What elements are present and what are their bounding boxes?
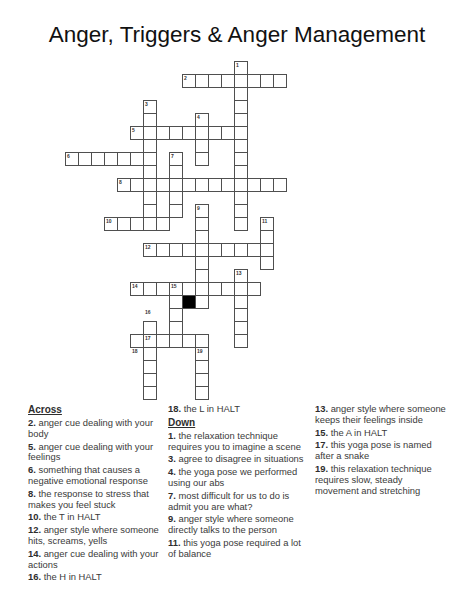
grid-cell[interactable]	[156, 243, 170, 257]
grid-cell[interactable]	[247, 282, 261, 296]
grid-cell[interactable]	[221, 282, 235, 296]
grid-cell[interactable]	[182, 282, 196, 296]
grid-cell[interactable]	[182, 243, 196, 257]
grid-cell[interactable]	[234, 217, 248, 231]
grid-cell[interactable]	[156, 126, 170, 140]
black-cell	[182, 295, 196, 309]
grid-cell[interactable]	[234, 126, 248, 140]
grid-cell[interactable]	[234, 295, 248, 309]
grid-cell[interactable]	[143, 165, 157, 179]
grid-cell[interactable]	[156, 178, 170, 192]
grid-cell[interactable]	[260, 217, 274, 231]
grid-cell[interactable]	[195, 295, 209, 309]
clue-4: 4. the yoga pose we performed using our …	[168, 467, 310, 489]
grid-cell[interactable]	[273, 178, 287, 192]
clue-column-1: Across2. anger cue dealing with your bod…	[28, 404, 163, 585]
clue-16: 16. the H in HALT	[28, 572, 163, 583]
grid-cell[interactable]	[195, 178, 209, 192]
grid-cell[interactable]	[65, 152, 79, 166]
grid-cell[interactable]	[143, 360, 157, 374]
clue-list: Across2. anger cue dealing with your bod…	[28, 404, 448, 585]
grid-cell[interactable]	[169, 308, 183, 322]
clue-column-2: 18. the L in HALTDown1. the relaxation t…	[168, 404, 310, 562]
grid-cell[interactable]	[234, 321, 248, 335]
grid-cell[interactable]	[195, 347, 209, 361]
grid-cell[interactable]	[234, 165, 248, 179]
grid-cell[interactable]	[234, 282, 248, 296]
grid-cell[interactable]	[104, 217, 118, 231]
grid-cell[interactable]	[234, 204, 248, 218]
grid-cell[interactable]	[208, 243, 222, 257]
grid-cell[interactable]	[117, 152, 131, 166]
grid-cell[interactable]	[221, 126, 235, 140]
grid-cell[interactable]	[234, 178, 248, 192]
grid-cell[interactable]	[117, 178, 131, 192]
grid-cell[interactable]	[143, 386, 157, 400]
clue-10: 10. the T in HALT	[28, 512, 163, 523]
grid-cell[interactable]	[234, 74, 248, 88]
grid-cell[interactable]	[195, 360, 209, 374]
grid-cell[interactable]	[169, 126, 183, 140]
grid-cell[interactable]	[169, 282, 183, 296]
grid-cell[interactable]	[234, 139, 248, 153]
grid-cell[interactable]	[143, 126, 157, 140]
grid-cell[interactable]	[195, 334, 209, 348]
grid-cell[interactable]	[195, 269, 209, 283]
grid-cell[interactable]	[169, 191, 183, 205]
clue-7: 7. most difficult for us to do is admit …	[168, 491, 310, 513]
grid-cell[interactable]	[91, 152, 105, 166]
grid-cell[interactable]	[221, 74, 235, 88]
grid-cell[interactable]	[156, 334, 170, 348]
grid-cell[interactable]	[182, 74, 196, 88]
clue-17: 17. this yoga pose is named after a snak…	[315, 440, 448, 462]
grid-cell[interactable]	[195, 152, 209, 166]
grid-cell[interactable]	[143, 347, 157, 361]
grid-cell[interactable]	[143, 334, 157, 348]
grid-cell[interactable]	[234, 113, 248, 127]
clue-5: 5. anger cue dealing with your feelings	[28, 442, 163, 464]
across-heading: Across	[28, 404, 163, 415]
clue-15: 15. the A in HALT	[315, 428, 448, 439]
grid-cell[interactable]	[208, 74, 222, 88]
grid-cell[interactable]	[143, 178, 157, 192]
grid-cell[interactable]	[169, 178, 183, 192]
grid-cell[interactable]	[195, 386, 209, 400]
grid-cell[interactable]	[273, 74, 287, 88]
grid-cell[interactable]	[234, 61, 248, 75]
clue-13: 13. anger style where someone keeps thei…	[315, 404, 448, 426]
grid-cell[interactable]	[169, 152, 183, 166]
grid-cell[interactable]	[247, 243, 261, 257]
grid-cell[interactable]	[195, 113, 209, 127]
clue-1: 1. the relaxation technique requires you…	[168, 431, 310, 453]
grid-cell[interactable]	[195, 126, 209, 140]
grid-cell[interactable]	[143, 139, 157, 153]
grid-cell[interactable]	[169, 321, 183, 335]
grid-cell[interactable]	[208, 282, 222, 296]
grid-cell[interactable]	[169, 243, 183, 257]
grid-cell[interactable]	[208, 178, 222, 192]
grid-cell[interactable]	[260, 256, 274, 270]
grid-cell[interactable]	[143, 373, 157, 387]
clue-number: 18	[132, 349, 138, 354]
grid-cell[interactable]	[143, 100, 157, 114]
grid-cell[interactable]	[234, 334, 248, 348]
grid-cell[interactable]	[143, 243, 157, 257]
grid-cell[interactable]	[234, 152, 248, 166]
grid-cell[interactable]	[130, 126, 144, 140]
grid-cell[interactable]	[234, 191, 248, 205]
grid-cell[interactable]	[169, 165, 183, 179]
grid-cell[interactable]	[130, 217, 144, 231]
clue-2: 2. anger cue dealing with your body	[28, 418, 163, 440]
grid-cell[interactable]	[247, 74, 261, 88]
grid-cell[interactable]	[221, 243, 235, 257]
grid-cell[interactable]	[234, 87, 248, 101]
grid-cell[interactable]	[234, 308, 248, 322]
grid-cell[interactable]	[260, 243, 274, 257]
grid-cell[interactable]	[156, 282, 170, 296]
grid-cell[interactable]	[143, 204, 157, 218]
grid-cell[interactable]	[208, 126, 222, 140]
grid-cell[interactable]	[169, 295, 183, 309]
grid-cell[interactable]	[260, 178, 274, 192]
grid-cell[interactable]	[169, 204, 183, 218]
grid-cell[interactable]	[130, 152, 144, 166]
grid-cell[interactable]	[156, 217, 170, 231]
grid-cell[interactable]	[143, 191, 157, 205]
grid-cell[interactable]	[195, 74, 209, 88]
grid-cell[interactable]	[143, 152, 157, 166]
grid-cell[interactable]	[195, 230, 209, 244]
clue-14: 14. anger cue dealing with your actions	[28, 549, 163, 571]
grid-cell[interactable]	[143, 321, 157, 335]
grid-cell[interactable]	[221, 178, 235, 192]
grid-cell[interactable]	[182, 334, 196, 348]
clue-column-3: 13. anger style where someone keeps thei…	[315, 404, 448, 498]
grid-cell[interactable]	[143, 282, 157, 296]
down-heading: Down	[168, 417, 310, 428]
grid-cell[interactable]	[260, 74, 274, 88]
grid-cell[interactable]	[195, 217, 209, 231]
grid-cell[interactable]	[195, 256, 209, 270]
grid-cell[interactable]	[260, 230, 274, 244]
clue-number: 16	[145, 310, 151, 315]
crossword-grid: 12345678910111213141516171819	[65, 61, 288, 401]
grid-cell[interactable]	[234, 100, 248, 114]
page: { "game": "crossword", "title": "Anger, …	[0, 0, 474, 613]
clue-12: 12. anger style where someone hits, scre…	[28, 525, 163, 547]
clue-18: 18. the L in HALT	[168, 404, 310, 415]
clue-9: 9. anger style where someone directly ta…	[168, 514, 310, 536]
puzzle-title: Anger, Triggers & Anger Management	[0, 22, 474, 48]
grid-cell[interactable]	[247, 178, 261, 192]
clue-8: 8. the response to stress that makes you…	[28, 489, 163, 511]
clue-3: 3. agree to disagree in situations	[168, 454, 310, 465]
grid-cell[interactable]	[195, 282, 209, 296]
clue-19: 19. this relaxation technique requires s…	[315, 464, 448, 496]
grid-cell[interactable]	[130, 282, 144, 296]
grid-cell[interactable]	[195, 204, 209, 218]
clue-6: 6. something that causes a negative emot…	[28, 465, 163, 487]
grid-cell[interactable]	[78, 152, 92, 166]
grid-cell[interactable]	[195, 373, 209, 387]
grid-cell[interactable]	[130, 178, 144, 192]
grid-cell[interactable]	[182, 178, 196, 192]
grid-cell[interactable]	[182, 126, 196, 140]
grid-cell[interactable]	[104, 152, 118, 166]
clue-11: 11. this yoga pose required a lot of bal…	[168, 538, 310, 560]
grid-cell[interactable]	[195, 139, 209, 153]
grid-cell[interactable]	[195, 243, 209, 257]
grid-cell[interactable]	[143, 217, 157, 231]
grid-cell[interactable]	[130, 334, 144, 348]
grid-cell[interactable]	[234, 269, 248, 283]
grid-cell[interactable]	[169, 334, 183, 348]
grid-cell[interactable]	[143, 113, 157, 127]
grid-cell[interactable]	[117, 217, 131, 231]
grid-cell[interactable]	[234, 243, 248, 257]
